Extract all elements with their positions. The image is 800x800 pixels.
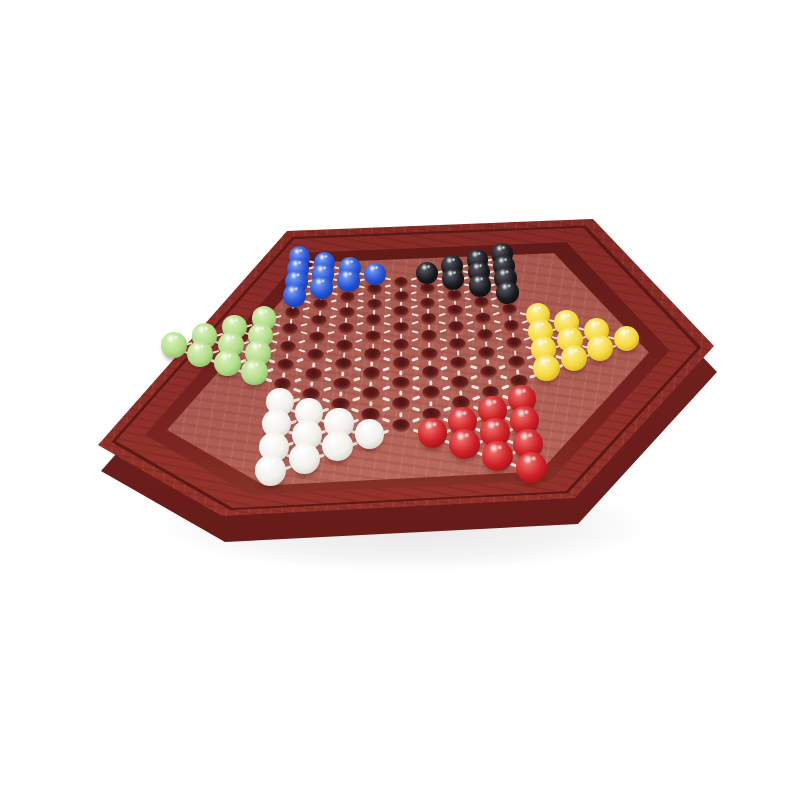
marble-blue[interactable] xyxy=(283,284,306,307)
marble-yellow[interactable] xyxy=(533,355,560,382)
marble-white[interactable] xyxy=(322,431,352,461)
marble-white[interactable] xyxy=(255,455,286,486)
marble-red[interactable] xyxy=(482,441,513,472)
marble-black[interactable] xyxy=(416,262,438,284)
marble-yellow[interactable] xyxy=(587,335,613,361)
marble-white[interactable] xyxy=(289,443,320,474)
marble-red[interactable] xyxy=(516,452,547,483)
marble-green[interactable] xyxy=(187,341,213,367)
marble-red[interactable] xyxy=(418,418,448,448)
marble-green[interactable] xyxy=(241,359,268,386)
marble-green[interactable] xyxy=(214,350,241,377)
marble-red[interactable] xyxy=(449,429,479,459)
marble-black[interactable] xyxy=(469,274,492,297)
marble-green[interactable] xyxy=(161,332,187,358)
marble-yellow[interactable] xyxy=(614,326,639,351)
marble-black[interactable] xyxy=(442,268,465,291)
marble-black[interactable] xyxy=(496,281,519,304)
marble-blue[interactable] xyxy=(310,276,333,299)
marbles-layer xyxy=(0,0,800,800)
marble-white[interactable] xyxy=(355,419,385,449)
marble-blue[interactable] xyxy=(364,263,386,285)
marble-yellow[interactable] xyxy=(561,345,587,371)
marble-blue[interactable] xyxy=(337,269,360,292)
